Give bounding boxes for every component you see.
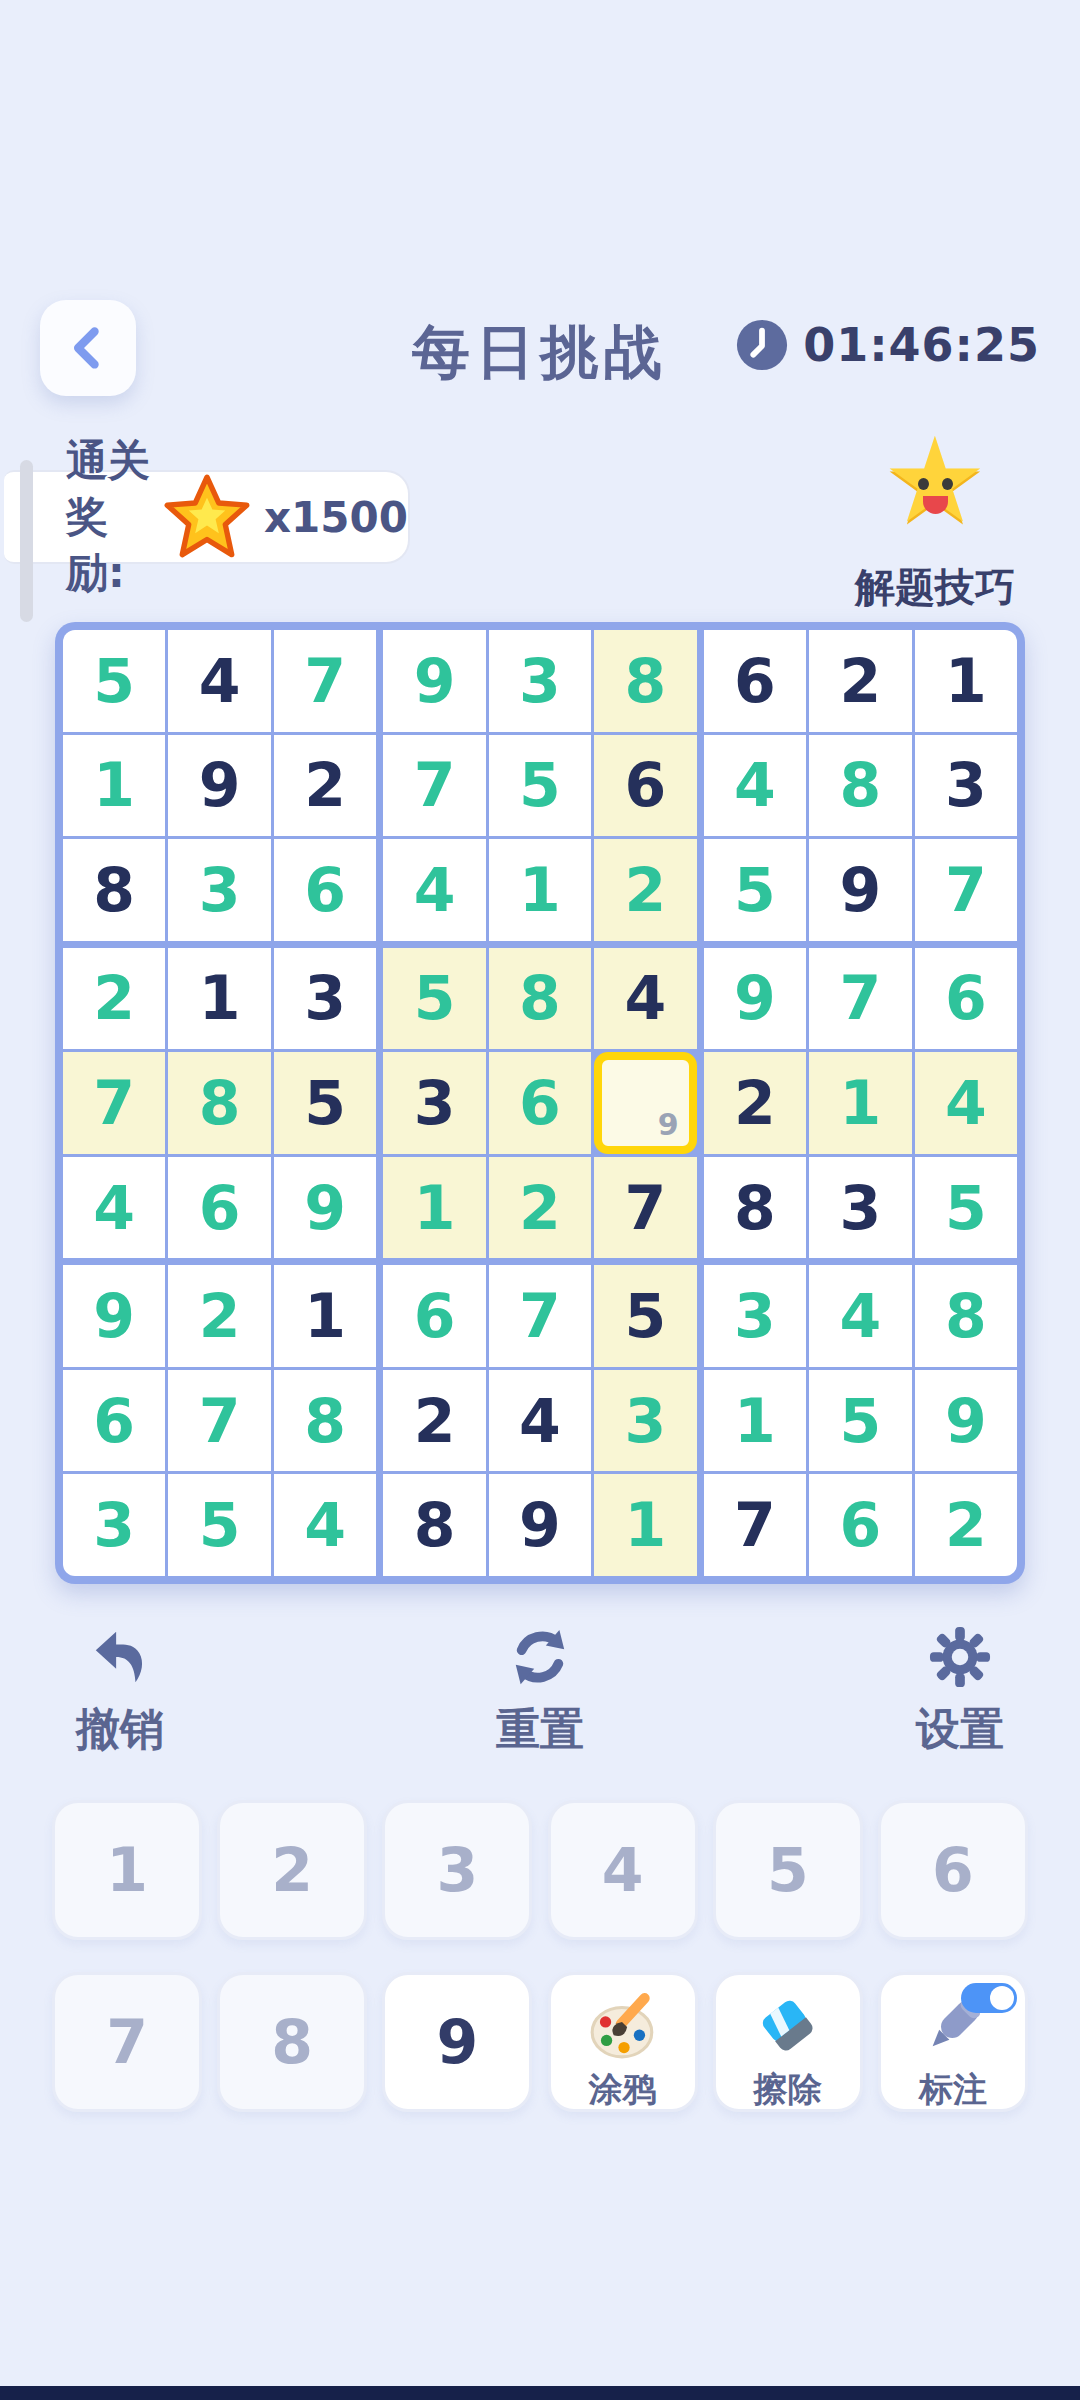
numpad-key-5[interactable]: 5 [713,1800,863,1940]
sudoku-box: 621483597 [704,630,1017,941]
sudoku-cell-r6c8[interactable]: 3 [809,1157,911,1259]
sudoku-cell-r1c4[interactable]: 9 [383,630,485,732]
sudoku-cell-r7c5[interactable]: 7 [489,1265,591,1367]
undo-label: 撤销 [76,1700,164,1759]
sudoku-cell-r5c6[interactable]: 9 [594,1052,696,1154]
numpad-key-4[interactable]: 4 [548,1800,698,1940]
annotate-label: 标注 [919,2067,987,2113]
numpad-row-1: 123456 [52,1800,1028,1940]
sudoku-box: 584369127 [383,948,696,1259]
sudoku-cell-r7c7[interactable]: 3 [704,1265,806,1367]
reset-label: 重置 [496,1700,584,1759]
numpad-key-8[interactable]: 8 [217,1972,367,2112]
annotate-toggle-on[interactable] [961,1983,1017,2013]
sudoku-cell-r5c7[interactable]: 2 [704,1052,806,1154]
tips-button[interactable]: ★ 解题技巧 [815,438,1055,615]
sudoku-cell-r6c9[interactable]: 5 [915,1157,1017,1259]
sudoku-cell-r6c5[interactable]: 2 [489,1157,591,1259]
sudoku-cell-r3c4[interactable]: 4 [383,839,485,941]
sudoku-cell-r9c2[interactable]: 5 [168,1474,270,1576]
clock-icon [735,318,789,372]
sudoku-cell-r6c3[interactable]: 9 [274,1157,376,1259]
sudoku-cell-r8c3[interactable]: 8 [274,1370,376,1472]
sudoku-cell-r4c4[interactable]: 5 [383,948,485,1050]
star-badge-icon [164,474,250,560]
reset-icon [509,1626,571,1688]
gear-icon [929,1626,991,1688]
sudoku-cell-r6c2[interactable]: 6 [168,1157,270,1259]
sudoku-cell-r3c5[interactable]: 1 [489,839,591,941]
sudoku-cell-r9c4[interactable]: 8 [383,1474,485,1576]
sudoku-cell-r2c4[interactable]: 7 [383,735,485,837]
sudoku-cell-r5c4[interactable]: 3 [383,1052,485,1154]
sudoku-cell-r4c2[interactable]: 1 [168,948,270,1050]
annotate-button[interactable]: 标注 [878,1972,1028,2112]
settings-label: 设置 [916,1700,1004,1759]
sudoku-cell-r8c5[interactable]: 4 [489,1370,591,1472]
reward-label: 通关奖励: [66,433,150,601]
sudoku-cell-r3c2[interactable]: 3 [168,839,270,941]
settings-button[interactable]: 设置 [895,1626,1025,1759]
sudoku-cell-r7c8[interactable]: 4 [809,1265,911,1367]
sudoku-cell-r7c4[interactable]: 6 [383,1265,485,1367]
sudoku-cell-r4c5[interactable]: 8 [489,948,591,1050]
sudoku-board: 5471928369387564126214835972137854695843… [55,622,1025,1584]
sudoku-cell-r2c1[interactable]: 1 [63,735,165,837]
sudoku-cell-r8c2[interactable]: 7 [168,1370,270,1472]
sudoku-cell-r1c1[interactable]: 5 [63,630,165,732]
sudoku-cell-r5c2[interactable]: 8 [168,1052,270,1154]
sudoku-cell-r4c8[interactable]: 7 [809,948,911,1050]
numpad-key-1[interactable]: 1 [52,1800,202,1940]
sudoku-cell-r5c5[interactable]: 6 [489,1052,591,1154]
sudoku-cell-r3c8[interactable]: 9 [809,839,911,941]
flag-pole [20,460,33,622]
sudoku-cell-r5c1[interactable]: 7 [63,1052,165,1154]
sudoku-cell-r1c2[interactable]: 4 [168,630,270,732]
sudoku-cell-r1c5[interactable]: 3 [489,630,591,732]
sudoku-box: 938756412 [383,630,696,941]
sudoku-cell-r2c3[interactable]: 2 [274,735,376,837]
sudoku-cell-r4c7[interactable]: 9 [704,948,806,1050]
sudoku-cell-r4c3[interactable]: 3 [274,948,376,1050]
sudoku-cell-r8c9[interactable]: 9 [915,1370,1017,1472]
sudoku-box: 921678354 [63,1265,376,1576]
sudoku-cell-r3c9[interactable]: 7 [915,839,1017,941]
sudoku-cell-r4c1[interactable]: 2 [63,948,165,1050]
sudoku-cell-r2c5[interactable]: 5 [489,735,591,837]
sudoku-cell-r2c9[interactable]: 3 [915,735,1017,837]
sudoku-cell-r1c6[interactable]: 8 [594,630,696,732]
sudoku-cell-r3c6[interactable]: 2 [594,839,696,941]
sudoku-cell-r3c1[interactable]: 8 [63,839,165,941]
sudoku-cell-r4c6[interactable]: 4 [594,948,696,1050]
sudoku-cell-r6c7[interactable]: 8 [704,1157,806,1259]
sudoku-cell-r1c9[interactable]: 1 [915,630,1017,732]
undo-icon [89,1626,151,1688]
sudoku-cell-r5c8[interactable]: 1 [809,1052,911,1154]
sudoku-cell-r1c7[interactable]: 6 [704,630,806,732]
sudoku-cell-r7c9[interactable]: 8 [915,1265,1017,1367]
sudoku-cell-r9c1[interactable]: 3 [63,1474,165,1576]
palette-icon [584,1989,662,2063]
erase-label: 擦除 [754,2067,822,2113]
pencil-note: 9 [658,1107,679,1142]
sudoku-cell-r1c8[interactable]: 2 [809,630,911,732]
sudoku-cell-r6c1[interactable]: 4 [63,1157,165,1259]
sudoku-cell-r9c3[interactable]: 4 [274,1474,376,1576]
sudoku-box: 348159762 [704,1265,1017,1576]
numpad-key-2[interactable]: 2 [217,1800,367,1940]
sudoku-cell-r8c4[interactable]: 2 [383,1370,485,1472]
timer-text: 01:46:25 [803,318,1040,372]
sudoku-cell-r7c1[interactable]: 9 [63,1265,165,1367]
sudoku-cell-r8c6[interactable]: 3 [594,1370,696,1472]
undo-button[interactable]: 撤销 [55,1626,185,1759]
sudoku-cell-r8c1[interactable]: 6 [63,1370,165,1472]
sudoku-box: 675243891 [383,1265,696,1576]
sudoku-cell-r8c7[interactable]: 1 [704,1370,806,1472]
sudoku-cell-r3c7[interactable]: 5 [704,839,806,941]
sudoku-cell-r3c3[interactable]: 6 [274,839,376,941]
numpad-key-9[interactable]: 9 [382,1972,532,2112]
sudoku-cell-r6c6[interactable]: 7 [594,1157,696,1259]
tips-label: 解题技巧 [855,560,1015,615]
sudoku-cell-r2c8[interactable]: 8 [809,735,911,837]
sudoku-cell-r2c7[interactable]: 4 [704,735,806,837]
numpad-row-2: 789 涂鸦 擦除 [52,1972,1028,2112]
sudoku-cell-r7c3[interactable]: 1 [274,1265,376,1367]
sudoku-cell-r9c5[interactable]: 9 [489,1474,591,1576]
reward-value: x1500 [264,493,408,542]
sudoku-cell-r9c8[interactable]: 6 [809,1474,911,1576]
sudoku-cell-r6c4[interactable]: 1 [383,1157,485,1259]
numpad-key-7[interactable]: 7 [52,1972,202,2112]
sudoku-cell-r9c6[interactable]: 1 [594,1474,696,1576]
reward-banner: 通关奖励: x1500 [4,470,410,564]
reset-button[interactable]: 重置 [475,1626,605,1759]
sudoku-cell-r2c6[interactable]: 6 [594,735,696,837]
sudoku-cell-r7c2[interactable]: 2 [168,1265,270,1367]
sudoku-box: 976214835 [704,948,1017,1259]
sudoku-cell-r5c3[interactable]: 5 [274,1052,376,1154]
doodle-button[interactable]: 涂鸦 [548,1972,698,2112]
sudoku-cell-r8c8[interactable]: 5 [809,1370,911,1472]
timer: 01:46:25 [735,318,1040,372]
system-navigation-bar [0,2386,1080,2400]
star-face-icon: ★ [875,438,995,550]
sudoku-cell-r5c9[interactable]: 4 [915,1052,1017,1154]
eraser-icon [751,1989,825,2063]
sudoku-cell-r4c9[interactable]: 6 [915,948,1017,1050]
doodle-label: 涂鸦 [589,2067,657,2113]
sudoku-box: 213785469 [63,948,376,1259]
numpad-key-3[interactable]: 3 [382,1800,532,1940]
numpad-key-6[interactable]: 6 [878,1800,1028,1940]
toolbar: 撤销 重置 [55,1626,1025,1759]
sudoku-cell-r1c3[interactable]: 7 [274,630,376,732]
sudoku-cell-r9c7[interactable]: 7 [704,1474,806,1576]
sudoku-cell-r7c6[interactable]: 5 [594,1265,696,1367]
sudoku-cell-r2c2[interactable]: 9 [168,735,270,837]
sudoku-box: 547192836 [63,630,376,941]
erase-button[interactable]: 擦除 [713,1972,863,2112]
sudoku-cell-r9c9[interactable]: 2 [915,1474,1017,1576]
